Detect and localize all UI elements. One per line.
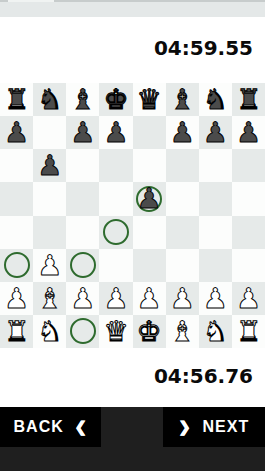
square-g6[interactable] xyxy=(199,149,232,182)
square-f7[interactable]: ♟ xyxy=(166,116,199,149)
square-a5[interactable] xyxy=(0,182,33,215)
square-e4[interactable] xyxy=(133,216,166,249)
square-c5[interactable] xyxy=(66,182,99,215)
white-pawn[interactable]: ♟ xyxy=(137,282,162,315)
white-bishop[interactable]: ♝ xyxy=(37,282,62,315)
square-g5[interactable] xyxy=(199,182,232,215)
white-knight[interactable]: ♞ xyxy=(203,315,228,348)
square-e3[interactable] xyxy=(133,249,166,282)
square-b6[interactable]: ♟ xyxy=(33,149,66,182)
square-d7[interactable]: ♟ xyxy=(99,116,132,149)
white-bishop[interactable]: ♝ xyxy=(170,315,195,348)
square-e5[interactable]: ♟ xyxy=(133,182,166,215)
black-knight[interactable]: ♞ xyxy=(203,83,228,116)
black-pawn[interactable]: ♟ xyxy=(103,116,128,149)
square-b4[interactable] xyxy=(33,216,66,249)
black-pawn[interactable]: ♟ xyxy=(236,116,261,149)
black-king[interactable]: ♚ xyxy=(103,83,128,116)
square-b1[interactable]: ♞ xyxy=(33,315,66,348)
ad-banner xyxy=(0,0,265,17)
app-screen: 04:59.55 ♜♞♝♚♛♝♞♜♟♟♟♟♟♟♟♟♟♟♝♟♟♟♟♟♟♜♞♛♚♝♞… xyxy=(0,0,265,471)
chevron-right-icon: ❯ xyxy=(179,419,192,435)
white-pawn[interactable]: ♟ xyxy=(203,282,228,315)
square-h1[interactable]: ♜ xyxy=(232,315,265,348)
square-a3[interactable] xyxy=(0,249,33,282)
square-g4[interactable] xyxy=(199,216,232,249)
square-d2[interactable]: ♟ xyxy=(99,282,132,315)
square-c3[interactable] xyxy=(66,249,99,282)
white-pawn[interactable]: ♟ xyxy=(170,282,195,315)
square-c8[interactable]: ♝ xyxy=(66,83,99,116)
square-g1[interactable]: ♞ xyxy=(199,315,232,348)
square-h8[interactable]: ♜ xyxy=(232,83,265,116)
move-hint-ring xyxy=(70,318,96,344)
square-g7[interactable]: ♟ xyxy=(199,116,232,149)
square-b5[interactable] xyxy=(33,182,66,215)
black-pawn[interactable]: ♟ xyxy=(70,116,95,149)
square-c4[interactable] xyxy=(66,216,99,249)
square-f2[interactable]: ♟ xyxy=(166,282,199,315)
square-f3[interactable] xyxy=(166,249,199,282)
next-button[interactable]: ❯ NEXT xyxy=(163,407,265,447)
square-f1[interactable]: ♝ xyxy=(166,315,199,348)
square-d8[interactable]: ♚ xyxy=(99,83,132,116)
black-rook[interactable]: ♜ xyxy=(4,83,29,116)
square-d3[interactable] xyxy=(99,249,132,282)
bottom-nav: BACK ❮ ❯ NEXT xyxy=(0,407,265,471)
square-g8[interactable]: ♞ xyxy=(199,83,232,116)
white-rook[interactable]: ♜ xyxy=(236,315,261,348)
square-b2[interactable]: ♝ xyxy=(33,282,66,315)
square-f4[interactable] xyxy=(166,216,199,249)
black-pawn[interactable]: ♟ xyxy=(203,116,228,149)
square-h4[interactable] xyxy=(232,216,265,249)
chevron-left-icon: ❮ xyxy=(75,419,88,435)
square-c2[interactable]: ♟ xyxy=(66,282,99,315)
square-a1[interactable]: ♜ xyxy=(0,315,33,348)
black-bishop[interactable]: ♝ xyxy=(170,83,195,116)
black-pawn[interactable]: ♟ xyxy=(4,116,29,149)
square-e6[interactable] xyxy=(133,149,166,182)
square-d5[interactable] xyxy=(99,182,132,215)
square-e2[interactable]: ♟ xyxy=(133,282,166,315)
square-f6[interactable] xyxy=(166,149,199,182)
square-c7[interactable]: ♟ xyxy=(66,116,99,149)
white-knight[interactable]: ♞ xyxy=(37,315,62,348)
move-hint-ring xyxy=(4,252,30,278)
square-a2[interactable]: ♟ xyxy=(0,282,33,315)
square-g2[interactable]: ♟ xyxy=(199,282,232,315)
square-b3[interactable]: ♟ xyxy=(33,249,66,282)
move-hint-ring xyxy=(70,252,96,278)
move-hint-ring xyxy=(103,219,129,245)
back-button[interactable]: BACK ❮ xyxy=(0,407,101,447)
white-pawn[interactable]: ♟ xyxy=(236,282,261,315)
square-h7[interactable]: ♟ xyxy=(232,116,265,149)
next-label: NEXT xyxy=(203,418,250,436)
square-h6[interactable] xyxy=(232,149,265,182)
square-h5[interactable] xyxy=(232,182,265,215)
square-g3[interactable] xyxy=(199,249,232,282)
black-pawn[interactable]: ♟ xyxy=(137,182,162,215)
banner-notch xyxy=(8,0,54,2)
square-f8[interactable]: ♝ xyxy=(166,83,199,116)
square-c6[interactable] xyxy=(66,149,99,182)
square-h3[interactable] xyxy=(232,249,265,282)
white-rook[interactable]: ♜ xyxy=(4,315,29,348)
back-label: BACK xyxy=(14,418,64,436)
white-clock: 04:56.76 xyxy=(154,364,253,388)
black-pawn[interactable]: ♟ xyxy=(170,116,195,149)
black-knight[interactable]: ♞ xyxy=(37,83,62,116)
square-a4[interactable] xyxy=(0,216,33,249)
black-pawn[interactable]: ♟ xyxy=(37,149,62,182)
square-e1[interactable]: ♚ xyxy=(133,315,166,348)
square-b7[interactable] xyxy=(33,116,66,149)
square-c1[interactable] xyxy=(66,315,99,348)
white-pawn[interactable]: ♟ xyxy=(70,282,95,315)
square-d6[interactable] xyxy=(99,149,132,182)
white-queen[interactable]: ♛ xyxy=(103,315,128,348)
white-pawn[interactable]: ♟ xyxy=(4,282,29,315)
black-queen[interactable]: ♛ xyxy=(137,83,162,116)
square-f5[interactable] xyxy=(166,182,199,215)
square-d4[interactable] xyxy=(99,216,132,249)
square-h2[interactable]: ♟ xyxy=(232,282,265,315)
white-pawn[interactable]: ♟ xyxy=(37,249,62,282)
black-bishop[interactable]: ♝ xyxy=(70,83,95,116)
square-d1[interactable]: ♛ xyxy=(99,315,132,348)
square-e8[interactable]: ♛ xyxy=(133,83,166,116)
black-rook[interactable]: ♜ xyxy=(236,83,261,116)
square-b8[interactable]: ♞ xyxy=(33,83,66,116)
black-clock: 04:59.55 xyxy=(154,36,253,60)
square-a7[interactable]: ♟ xyxy=(0,116,33,149)
square-a6[interactable] xyxy=(0,149,33,182)
chess-board[interactable]: ♜♞♝♚♛♝♞♜♟♟♟♟♟♟♟♟♟♟♝♟♟♟♟♟♟♜♞♛♚♝♞♜ xyxy=(0,83,265,348)
white-king[interactable]: ♚ xyxy=(137,315,162,348)
square-a8[interactable]: ♜ xyxy=(0,83,33,116)
square-e7[interactable] xyxy=(133,116,166,149)
white-pawn[interactable]: ♟ xyxy=(103,282,128,315)
